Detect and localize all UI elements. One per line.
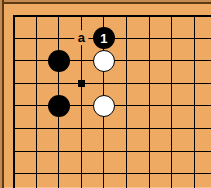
board-frame-top-dark [0,2,211,4]
white-stone [93,50,115,72]
move-number: 1 [100,31,107,44]
black-stone [48,95,70,117]
go-board-diagram: a1 [0,0,211,188]
grid-line-vertical [36,15,37,188]
grid-line-horizontal [13,128,211,129]
grid-line-vertical [194,15,195,188]
grid-line-horizontal [13,15,211,17]
grid-line-horizontal [13,83,211,84]
hoshi-square-marker [78,80,85,87]
grid-line-vertical [171,15,172,188]
point-label-a: a [75,30,88,45]
board-frame-left-dark [2,0,4,188]
grid-line-vertical [13,15,15,188]
black-stone [48,50,70,72]
grid-line-horizontal [13,151,211,152]
grid-line-vertical [126,15,127,188]
grid-line-vertical [149,15,150,188]
black-stone: 1 [93,27,115,49]
grid-line-horizontal [13,173,211,174]
white-stone [93,95,115,117]
